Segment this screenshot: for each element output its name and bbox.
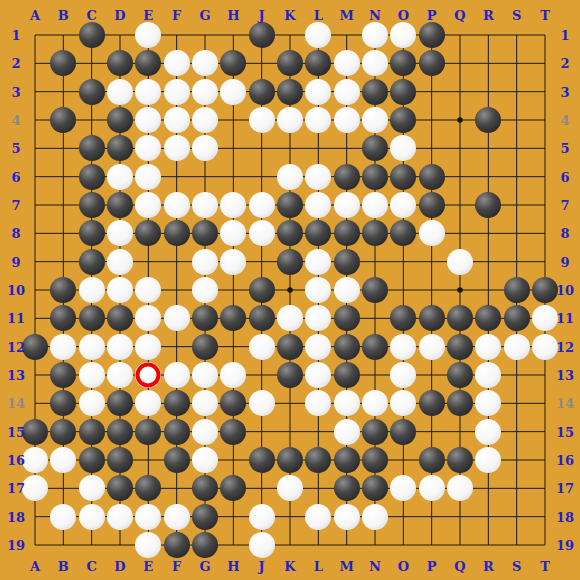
intersection[interactable] [106, 332, 134, 360]
intersection[interactable] [417, 304, 445, 332]
intersection[interactable] [21, 276, 49, 304]
intersection[interactable] [247, 49, 275, 77]
intersection[interactable] [77, 446, 105, 474]
intersection[interactable] [332, 77, 360, 105]
intersection[interactable] [219, 49, 247, 77]
intersection[interactable] [21, 191, 49, 219]
intersection[interactable] [134, 191, 162, 219]
intersection[interactable] [21, 77, 49, 105]
intersection[interactable] [361, 191, 389, 219]
intersection[interactable] [247, 106, 275, 134]
intersection[interactable] [304, 474, 332, 502]
intersection[interactable] [389, 276, 417, 304]
intersection[interactable] [389, 502, 417, 530]
intersection[interactable] [191, 276, 219, 304]
intersection[interactable] [247, 134, 275, 162]
intersection[interactable] [247, 332, 275, 360]
intersection[interactable] [191, 247, 219, 275]
intersection[interactable] [531, 49, 559, 77]
intersection[interactable] [77, 417, 105, 445]
intersection[interactable] [474, 474, 502, 502]
intersection[interactable] [191, 389, 219, 417]
intersection[interactable] [77, 49, 105, 77]
intersection[interactable] [502, 276, 530, 304]
intersection[interactable] [474, 21, 502, 49]
intersection[interactable] [49, 474, 77, 502]
intersection[interactable] [389, 247, 417, 275]
intersection[interactable] [191, 134, 219, 162]
intersection[interactable] [446, 247, 474, 275]
intersection[interactable] [502, 191, 530, 219]
intersection[interactable] [474, 417, 502, 445]
intersection[interactable] [162, 474, 190, 502]
intersection[interactable] [361, 389, 389, 417]
intersection[interactable] [276, 531, 304, 559]
intersection[interactable] [417, 502, 445, 530]
intersection[interactable] [531, 21, 559, 49]
intersection[interactable] [332, 162, 360, 190]
intersection[interactable] [162, 531, 190, 559]
intersection[interactable] [219, 474, 247, 502]
intersection[interactable] [219, 446, 247, 474]
intersection[interactable] [531, 106, 559, 134]
intersection[interactable] [502, 502, 530, 530]
intersection[interactable] [361, 134, 389, 162]
intersection[interactable] [247, 389, 275, 417]
intersection[interactable] [276, 162, 304, 190]
intersection[interactable] [219, 304, 247, 332]
intersection[interactable] [247, 361, 275, 389]
intersection[interactable] [502, 106, 530, 134]
intersection[interactable] [162, 247, 190, 275]
intersection[interactable] [446, 332, 474, 360]
intersection[interactable] [361, 77, 389, 105]
intersection[interactable] [162, 219, 190, 247]
intersection[interactable] [502, 389, 530, 417]
intersection[interactable] [49, 247, 77, 275]
intersection[interactable] [77, 77, 105, 105]
intersection[interactable] [162, 106, 190, 134]
intersection[interactable] [21, 134, 49, 162]
intersection[interactable] [446, 502, 474, 530]
intersection[interactable] [134, 502, 162, 530]
intersection[interactable] [361, 247, 389, 275]
intersection[interactable] [304, 531, 332, 559]
intersection[interactable] [21, 531, 49, 559]
intersection[interactable] [417, 106, 445, 134]
intersection[interactable] [219, 276, 247, 304]
intersection[interactable] [531, 474, 559, 502]
intersection[interactable] [304, 389, 332, 417]
intersection[interactable] [502, 77, 530, 105]
intersection[interactable] [389, 106, 417, 134]
intersection[interactable] [276, 247, 304, 275]
intersection[interactable] [304, 502, 332, 530]
intersection[interactable] [219, 134, 247, 162]
intersection[interactable] [247, 276, 275, 304]
intersection[interactable] [21, 219, 49, 247]
intersection[interactable] [134, 446, 162, 474]
intersection[interactable] [106, 191, 134, 219]
intersection[interactable] [531, 162, 559, 190]
intersection[interactable] [106, 304, 134, 332]
intersection[interactable] [474, 219, 502, 247]
intersection[interactable] [21, 474, 49, 502]
intersection[interactable] [474, 531, 502, 559]
intersection[interactable] [531, 417, 559, 445]
intersection[interactable] [276, 276, 304, 304]
intersection[interactable] [162, 304, 190, 332]
intersection[interactable] [361, 417, 389, 445]
intersection[interactable] [219, 162, 247, 190]
intersection[interactable] [106, 77, 134, 105]
intersection[interactable] [474, 304, 502, 332]
intersection[interactable] [247, 191, 275, 219]
intersection[interactable] [361, 332, 389, 360]
intersection[interactable] [531, 304, 559, 332]
intersection[interactable] [162, 332, 190, 360]
intersection[interactable] [446, 276, 474, 304]
intersection[interactable] [21, 446, 49, 474]
intersection[interactable] [106, 162, 134, 190]
intersection[interactable] [474, 49, 502, 77]
intersection[interactable] [332, 361, 360, 389]
intersection[interactable] [276, 474, 304, 502]
intersection[interactable] [332, 21, 360, 49]
intersection[interactable] [21, 21, 49, 49]
intersection[interactable] [304, 134, 332, 162]
intersection[interactable] [219, 502, 247, 530]
intersection[interactable] [134, 77, 162, 105]
intersection[interactable] [446, 49, 474, 77]
intersection[interactable] [446, 474, 474, 502]
intersection[interactable] [502, 304, 530, 332]
intersection[interactable] [417, 77, 445, 105]
intersection[interactable] [162, 417, 190, 445]
intersection[interactable] [332, 134, 360, 162]
intersection[interactable] [417, 191, 445, 219]
intersection[interactable] [276, 502, 304, 530]
intersection[interactable] [361, 361, 389, 389]
intersection[interactable] [389, 49, 417, 77]
intersection[interactable] [332, 417, 360, 445]
intersection[interactable] [247, 502, 275, 530]
intersection[interactable] [134, 332, 162, 360]
intersection[interactable] [361, 502, 389, 530]
intersection[interactable] [531, 77, 559, 105]
intersection[interactable] [389, 219, 417, 247]
intersection[interactable] [304, 417, 332, 445]
intersection[interactable] [276, 49, 304, 77]
intersection[interactable] [106, 417, 134, 445]
intersection[interactable] [77, 361, 105, 389]
intersection[interactable] [21, 332, 49, 360]
intersection[interactable] [531, 191, 559, 219]
intersection[interactable] [389, 304, 417, 332]
intersection[interactable] [219, 219, 247, 247]
intersection[interactable] [191, 191, 219, 219]
intersection[interactable] [361, 219, 389, 247]
intersection[interactable] [332, 191, 360, 219]
intersection[interactable] [531, 134, 559, 162]
intersection[interactable] [389, 531, 417, 559]
intersection[interactable] [134, 276, 162, 304]
intersection[interactable] [247, 531, 275, 559]
intersection[interactable] [531, 502, 559, 530]
intersection[interactable] [531, 361, 559, 389]
intersection[interactable] [21, 304, 49, 332]
intersection[interactable] [332, 49, 360, 77]
intersection[interactable] [77, 247, 105, 275]
intersection[interactable] [276, 389, 304, 417]
intersection[interactable] [304, 191, 332, 219]
intersection[interactable] [219, 106, 247, 134]
intersection[interactable] [77, 332, 105, 360]
intersection[interactable] [21, 417, 49, 445]
intersection[interactable] [191, 361, 219, 389]
intersection[interactable] [332, 531, 360, 559]
intersection[interactable] [77, 219, 105, 247]
intersection[interactable] [77, 134, 105, 162]
intersection[interactable] [21, 361, 49, 389]
intersection[interactable] [446, 134, 474, 162]
intersection[interactable] [446, 389, 474, 417]
intersection[interactable] [389, 474, 417, 502]
intersection[interactable] [332, 446, 360, 474]
intersection[interactable] [191, 162, 219, 190]
intersection[interactable] [49, 389, 77, 417]
intersection[interactable] [417, 247, 445, 275]
intersection[interactable] [219, 417, 247, 445]
intersection[interactable] [389, 77, 417, 105]
intersection[interactable] [361, 106, 389, 134]
intersection[interactable] [474, 247, 502, 275]
intersection[interactable] [49, 531, 77, 559]
intersection[interactable] [134, 106, 162, 134]
intersection[interactable] [77, 474, 105, 502]
intersection[interactable] [49, 417, 77, 445]
intersection[interactable] [332, 502, 360, 530]
intersection[interactable] [162, 502, 190, 530]
intersection[interactable] [21, 389, 49, 417]
intersection[interactable] [134, 304, 162, 332]
intersection[interactable] [106, 474, 134, 502]
intersection[interactable] [134, 474, 162, 502]
intersection[interactable] [531, 446, 559, 474]
intersection[interactable] [304, 77, 332, 105]
intersection[interactable] [361, 446, 389, 474]
intersection[interactable] [276, 304, 304, 332]
intersection[interactable] [502, 361, 530, 389]
intersection[interactable] [474, 162, 502, 190]
intersection[interactable] [247, 77, 275, 105]
intersection[interactable] [191, 332, 219, 360]
intersection[interactable] [49, 361, 77, 389]
intersection[interactable] [219, 191, 247, 219]
intersection[interactable] [417, 162, 445, 190]
intersection[interactable] [474, 191, 502, 219]
intersection[interactable] [49, 332, 77, 360]
intersection[interactable] [417, 49, 445, 77]
intersection[interactable] [219, 361, 247, 389]
intersection[interactable] [49, 304, 77, 332]
intersection[interactable] [162, 191, 190, 219]
intersection[interactable] [389, 417, 417, 445]
intersection[interactable] [502, 531, 530, 559]
intersection[interactable] [134, 417, 162, 445]
intersection[interactable] [49, 106, 77, 134]
intersection[interactable] [106, 219, 134, 247]
intersection[interactable] [134, 361, 162, 389]
intersection[interactable] [332, 389, 360, 417]
intersection[interactable] [247, 417, 275, 445]
intersection[interactable] [49, 162, 77, 190]
intersection[interactable] [191, 49, 219, 77]
intersection[interactable] [417, 276, 445, 304]
intersection[interactable] [332, 219, 360, 247]
intersection[interactable] [389, 191, 417, 219]
intersection[interactable] [106, 106, 134, 134]
intersection[interactable] [474, 502, 502, 530]
intersection[interactable] [49, 446, 77, 474]
intersection[interactable] [21, 247, 49, 275]
intersection[interactable] [276, 219, 304, 247]
intersection[interactable] [417, 446, 445, 474]
intersection[interactable] [502, 219, 530, 247]
intersection[interactable] [304, 276, 332, 304]
intersection[interactable] [191, 474, 219, 502]
intersection[interactable] [49, 502, 77, 530]
intersection[interactable] [77, 162, 105, 190]
intersection[interactable] [332, 304, 360, 332]
intersection[interactable] [49, 21, 77, 49]
intersection[interactable] [106, 502, 134, 530]
intersection[interactable] [134, 219, 162, 247]
intersection[interactable] [77, 502, 105, 530]
intersection[interactable] [191, 21, 219, 49]
intersection[interactable] [191, 106, 219, 134]
intersection[interactable] [191, 446, 219, 474]
intersection[interactable] [389, 446, 417, 474]
intersection[interactable] [49, 191, 77, 219]
intersection[interactable] [134, 247, 162, 275]
intersection[interactable] [21, 106, 49, 134]
intersection[interactable] [106, 247, 134, 275]
intersection[interactable] [417, 474, 445, 502]
intersection[interactable] [474, 361, 502, 389]
intersection[interactable] [191, 304, 219, 332]
intersection[interactable] [162, 361, 190, 389]
intersection[interactable] [106, 446, 134, 474]
intersection[interactable] [106, 389, 134, 417]
intersection[interactable] [162, 21, 190, 49]
intersection[interactable] [247, 474, 275, 502]
intersection[interactable] [276, 446, 304, 474]
intersection[interactable] [106, 21, 134, 49]
intersection[interactable] [134, 389, 162, 417]
intersection[interactable] [361, 276, 389, 304]
intersection[interactable] [162, 77, 190, 105]
intersection[interactable] [21, 162, 49, 190]
intersection[interactable] [106, 134, 134, 162]
intersection[interactable] [531, 247, 559, 275]
intersection[interactable] [276, 191, 304, 219]
intersection[interactable] [502, 474, 530, 502]
intersection[interactable] [417, 361, 445, 389]
intersection[interactable] [474, 446, 502, 474]
intersection[interactable] [162, 276, 190, 304]
intersection[interactable] [247, 247, 275, 275]
intersection[interactable] [417, 21, 445, 49]
intersection[interactable] [446, 417, 474, 445]
intersection[interactable] [247, 219, 275, 247]
intersection[interactable] [361, 21, 389, 49]
intersection[interactable] [474, 389, 502, 417]
intersection[interactable] [417, 332, 445, 360]
intersection[interactable] [389, 21, 417, 49]
intersection[interactable] [21, 49, 49, 77]
intersection[interactable] [77, 106, 105, 134]
intersection[interactable] [361, 531, 389, 559]
intersection[interactable] [502, 21, 530, 49]
intersection[interactable] [502, 134, 530, 162]
intersection[interactable] [219, 531, 247, 559]
intersection[interactable] [304, 361, 332, 389]
intersection[interactable] [49, 219, 77, 247]
intersection[interactable] [219, 77, 247, 105]
intersection[interactable] [106, 276, 134, 304]
intersection[interactable] [191, 417, 219, 445]
intersection[interactable] [304, 446, 332, 474]
intersection[interactable] [474, 332, 502, 360]
intersection[interactable] [191, 219, 219, 247]
intersection[interactable] [361, 162, 389, 190]
intersection[interactable] [417, 531, 445, 559]
intersection[interactable] [134, 162, 162, 190]
intersection[interactable] [389, 162, 417, 190]
intersection[interactable] [446, 162, 474, 190]
intersection[interactable] [134, 49, 162, 77]
intersection[interactable] [332, 276, 360, 304]
intersection[interactable] [446, 106, 474, 134]
intersection[interactable] [304, 162, 332, 190]
intersection[interactable] [417, 219, 445, 247]
intersection[interactable] [49, 77, 77, 105]
intersection[interactable] [417, 134, 445, 162]
intersection[interactable] [247, 446, 275, 474]
intersection[interactable] [219, 21, 247, 49]
intersection[interactable] [106, 361, 134, 389]
intersection[interactable] [304, 332, 332, 360]
intersection[interactable] [417, 389, 445, 417]
intersection[interactable] [531, 531, 559, 559]
intersection[interactable] [21, 502, 49, 530]
intersection[interactable] [77, 21, 105, 49]
intersection[interactable] [332, 247, 360, 275]
intersection[interactable] [474, 276, 502, 304]
intersection[interactable] [304, 247, 332, 275]
intersection[interactable] [332, 332, 360, 360]
intersection[interactable] [49, 134, 77, 162]
intersection[interactable] [77, 389, 105, 417]
intersection[interactable] [219, 332, 247, 360]
intersection[interactable] [446, 77, 474, 105]
intersection[interactable] [134, 134, 162, 162]
intersection[interactable] [389, 332, 417, 360]
intersection[interactable] [162, 446, 190, 474]
intersection[interactable] [474, 134, 502, 162]
intersection[interactable] [134, 531, 162, 559]
